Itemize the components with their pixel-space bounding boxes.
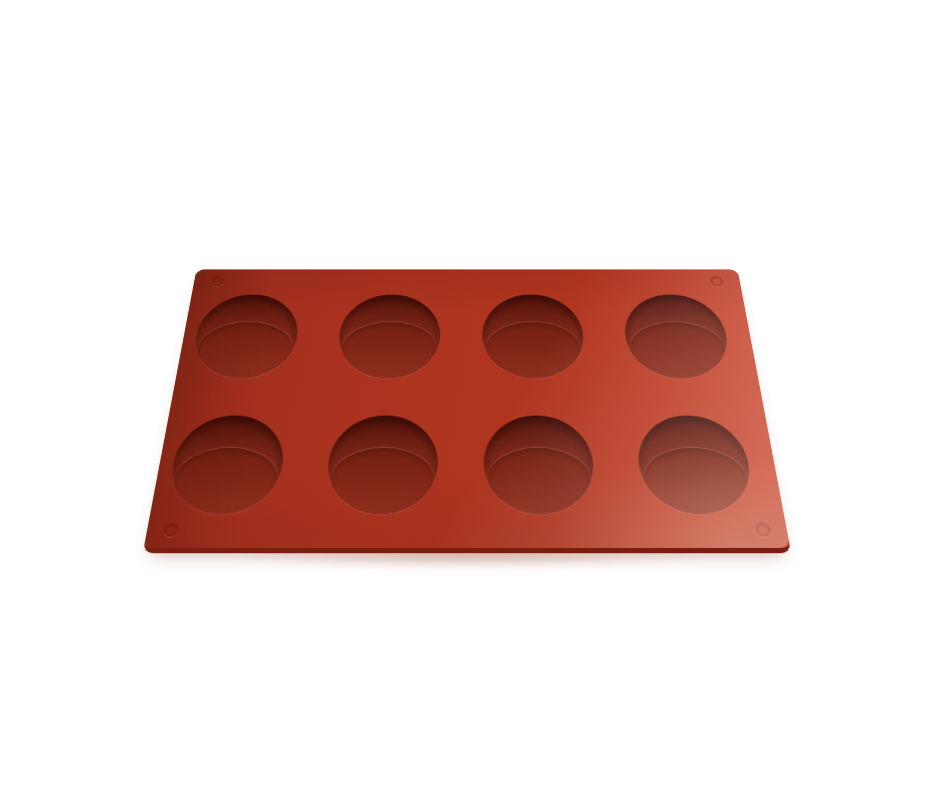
cavity-grid [136,278,784,535]
cavity-cell-r1c4 [599,278,759,396]
cavity-floor [340,323,436,376]
mold-cavity [324,415,439,514]
mold-cavity [634,415,757,514]
cavity-floor [193,323,294,376]
mold-cavity [482,294,586,378]
product-photo [0,0,933,810]
cavity-floor [628,323,729,376]
cavity-cell-r1c2 [312,278,461,396]
cavity-cell-r2c4 [610,396,785,535]
mold-cavity [336,294,441,378]
cavity-floor [329,448,434,510]
cavity-cell-r1c3 [461,278,610,396]
cavity-floor [488,448,592,510]
silicone-mold-tray [143,269,792,553]
cavity-floor [486,323,582,376]
cavity-floor [642,448,752,510]
cavity-cell-r2c1 [136,396,312,535]
mold-cavity [483,415,597,514]
mold-cavity [164,415,288,514]
cavity-cell-r1c1 [163,278,324,396]
cavity-floor [169,448,280,510]
cavity-cell-r2c2 [298,396,461,535]
cavity-cell-r2c3 [460,396,622,535]
mold-cavity [621,294,733,378]
mold-cavity [189,294,302,378]
